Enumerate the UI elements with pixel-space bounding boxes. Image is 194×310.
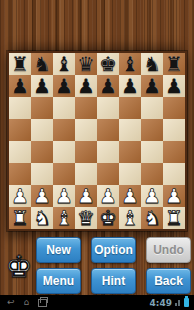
piece-black-rook: ♜ (11, 53, 29, 75)
square-g3[interactable] (141, 163, 163, 185)
square-g1[interactable]: ♞ (141, 207, 163, 229)
square-h4[interactable] (163, 141, 185, 163)
square-a1[interactable]: ♜ (9, 207, 31, 229)
piece-white-pawn: ♟ (165, 185, 183, 207)
square-a4[interactable] (9, 141, 31, 163)
square-b4[interactable] (31, 141, 53, 163)
square-f8[interactable]: ♝ (119, 53, 141, 75)
piece-white-pawn: ♟ (55, 185, 73, 207)
square-a2[interactable]: ♟ (9, 185, 31, 207)
piece-white-pawn: ♟ (99, 185, 117, 207)
square-e2[interactable]: ♟ (97, 185, 119, 207)
home-nav-icon[interactable]: ⌂ (24, 295, 30, 310)
square-b8[interactable]: ♞ (31, 53, 53, 75)
piece-white-knight: ♞ (143, 207, 161, 229)
square-h1[interactable]: ♜ (163, 207, 185, 229)
undo-button[interactable]: Undo (146, 237, 191, 263)
piece-white-pawn: ♟ (143, 185, 161, 207)
piece-black-rook: ♜ (165, 53, 183, 75)
square-d2[interactable]: ♟ (75, 185, 97, 207)
square-e3[interactable] (97, 163, 119, 185)
square-f5[interactable] (119, 119, 141, 141)
piece-black-knight: ♞ (143, 53, 161, 75)
piece-black-pawn: ♟ (165, 75, 183, 97)
control-buttons: New Option Undo Menu Hint Back (36, 237, 191, 299)
piece-black-pawn: ♟ (143, 75, 161, 97)
square-d8[interactable]: ♛ (75, 53, 97, 75)
square-c7[interactable]: ♟ (53, 75, 75, 97)
piece-black-pawn: ♟ (77, 75, 95, 97)
piece-black-bishop: ♝ (55, 53, 73, 75)
piece-white-bishop: ♝ (55, 207, 73, 229)
piece-black-bishop: ♝ (121, 53, 139, 75)
piece-white-pawn: ♟ (77, 185, 95, 207)
piece-white-rook: ♜ (11, 207, 29, 229)
square-g6[interactable] (141, 97, 163, 119)
back-button[interactable]: Back (146, 268, 191, 294)
hint-button[interactable]: Hint (91, 268, 136, 294)
menu-button[interactable]: Menu (36, 268, 81, 294)
square-a6[interactable] (9, 97, 31, 119)
square-b2[interactable]: ♟ (31, 185, 53, 207)
square-a7[interactable]: ♟ (9, 75, 31, 97)
square-b1[interactable]: ♞ (31, 207, 53, 229)
square-c4[interactable] (53, 141, 75, 163)
chess-board[interactable]: ♜♞♝♛♚♝♞♜♟♟♟♟♟♟♟♟♟♟♟♟♟♟♟♟♜♞♝♛♚♝♞♜ (9, 53, 185, 229)
square-g7[interactable]: ♟ (141, 75, 163, 97)
square-a5[interactable] (9, 119, 31, 141)
square-g8[interactable]: ♞ (141, 53, 163, 75)
nav-buttons: ↩ ⌂ (7, 295, 47, 310)
piece-white-pawn: ♟ (33, 185, 51, 207)
square-d3[interactable] (75, 163, 97, 185)
square-g4[interactable] (141, 141, 163, 163)
square-f4[interactable] (119, 141, 141, 163)
chess-board-frame: ♜♞♝♛♚♝♞♜♟♟♟♟♟♟♟♟♟♟♟♟♟♟♟♟♜♞♝♛♚♝♞♜ (7, 51, 187, 231)
piece-white-rook: ♜ (165, 207, 183, 229)
square-c3[interactable] (53, 163, 75, 185)
piece-white-pawn: ♟ (121, 185, 139, 207)
square-b5[interactable] (31, 119, 53, 141)
square-b7[interactable]: ♟ (31, 75, 53, 97)
square-c1[interactable]: ♝ (53, 207, 75, 229)
square-b3[interactable] (31, 163, 53, 185)
piece-white-knight: ♞ (33, 207, 51, 229)
piece-black-king: ♚ (99, 53, 117, 75)
square-f1[interactable]: ♝ (119, 207, 141, 229)
piece-black-knight: ♞ (33, 53, 51, 75)
signal-icon (175, 299, 181, 306)
battery-icon (184, 298, 189, 307)
square-f3[interactable] (119, 163, 141, 185)
piece-white-queen: ♛ (77, 207, 95, 229)
status-indicators: 4:49 (150, 298, 189, 308)
piece-black-pawn: ♟ (33, 75, 51, 97)
square-h2[interactable]: ♟ (163, 185, 185, 207)
recent-apps-icon[interactable] (38, 299, 47, 307)
button-row-2: Menu Hint Back (36, 268, 191, 294)
square-a8[interactable]: ♜ (9, 53, 31, 75)
option-button[interactable]: Option (91, 237, 136, 263)
new-button[interactable]: New (36, 237, 81, 263)
square-h6[interactable] (163, 97, 185, 119)
square-h7[interactable]: ♟ (163, 75, 185, 97)
square-c8[interactable]: ♝ (53, 53, 75, 75)
square-d1[interactable]: ♛ (75, 207, 97, 229)
square-h3[interactable] (163, 163, 185, 185)
square-g5[interactable] (141, 119, 163, 141)
square-g2[interactable]: ♟ (141, 185, 163, 207)
square-d4[interactable] (75, 141, 97, 163)
piece-white-king: ♚ (99, 207, 117, 229)
square-e6[interactable] (97, 97, 119, 119)
square-a3[interactable] (9, 163, 31, 185)
piece-black-pawn: ♟ (99, 75, 117, 97)
clock: 4:49 (150, 298, 172, 308)
square-c5[interactable] (53, 119, 75, 141)
piece-white-bishop: ♝ (121, 207, 139, 229)
square-d5[interactable] (75, 119, 97, 141)
square-d7[interactable]: ♟ (75, 75, 97, 97)
square-h5[interactable] (163, 119, 185, 141)
square-d6[interactable] (75, 97, 97, 119)
square-f7[interactable]: ♟ (119, 75, 141, 97)
piece-black-pawn: ♟ (55, 75, 73, 97)
square-h8[interactable]: ♜ (163, 53, 185, 75)
square-e8[interactable]: ♚ (97, 53, 119, 75)
square-e5[interactable] (97, 119, 119, 141)
square-e7[interactable]: ♟ (97, 75, 119, 97)
square-b6[interactable] (31, 97, 53, 119)
back-nav-icon[interactable]: ↩ (7, 295, 15, 310)
square-f6[interactable] (119, 97, 141, 119)
square-c6[interactable] (53, 97, 75, 119)
square-f2[interactable]: ♟ (119, 185, 141, 207)
piece-white-pawn: ♟ (11, 185, 29, 207)
square-c2[interactable]: ♟ (53, 185, 75, 207)
piece-black-pawn: ♟ (11, 75, 29, 97)
piece-black-pawn: ♟ (121, 75, 139, 97)
turn-indicator-white-king-icon: ♚ (4, 246, 34, 286)
square-e1[interactable]: ♚ (97, 207, 119, 229)
square-e4[interactable] (97, 141, 119, 163)
piece-black-queen: ♛ (77, 53, 95, 75)
chess-app-screen: ♜♞♝♛♚♝♞♜♟♟♟♟♟♟♟♟♟♟♟♟♟♟♟♟♜♞♝♛♚♝♞♜ ♚ New O… (0, 0, 194, 310)
android-nav-bar: ↩ ⌂ 4:49 (0, 295, 194, 310)
button-row-1: New Option Undo (36, 237, 191, 263)
